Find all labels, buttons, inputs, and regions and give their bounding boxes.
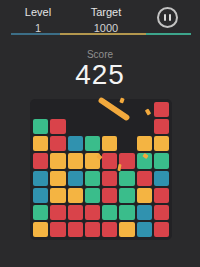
- tile-blue-r6c6[interactable]: [137, 205, 152, 220]
- tile-blue-r7c6[interactable]: [137, 222, 152, 237]
- tile-red-r6c7[interactable]: [154, 205, 169, 220]
- tile-green-r6c0[interactable]: [33, 205, 48, 220]
- tile-yellow-r3c3[interactable]: [85, 153, 100, 168]
- tile-red-r7c7[interactable]: [154, 222, 169, 237]
- tile-blue-r5c0[interactable]: [33, 188, 48, 203]
- empty-cell: [50, 102, 65, 117]
- tile-green-r4c3[interactable]: [85, 171, 100, 186]
- tile-red-r6c2[interactable]: [68, 205, 83, 220]
- empty-cell: [68, 119, 83, 134]
- empty-cell: [33, 102, 48, 117]
- level-label: Level: [8, 6, 68, 19]
- tile-yellow-r7c0[interactable]: [33, 222, 48, 237]
- empty-cell: [119, 119, 134, 134]
- empty-cell: [137, 119, 152, 134]
- tile-red-r1c7[interactable]: [154, 119, 169, 134]
- tile-red-r2c1[interactable]: [50, 136, 65, 151]
- empty-cell: [119, 102, 134, 117]
- tile-yellow-r2c0[interactable]: [33, 136, 48, 151]
- tile-red-r7c4[interactable]: [102, 222, 117, 237]
- progress-seg-gold: [60, 33, 146, 35]
- tile-yellow-r5c1[interactable]: [50, 188, 65, 203]
- tile-green-r6c4[interactable]: [102, 205, 117, 220]
- tile-green-r1c0[interactable]: [33, 119, 48, 134]
- tile-blue-r4c2[interactable]: [68, 171, 83, 186]
- tile-blue-r2c2[interactable]: [68, 136, 83, 151]
- board-grid: [33, 102, 169, 237]
- tile-blue-r4c0[interactable]: [33, 171, 48, 186]
- tile-red-r0c7[interactable]: [154, 102, 169, 117]
- pause-icon: [164, 14, 166, 21]
- progress-seg-teal: [146, 33, 191, 35]
- pause-button[interactable]: [157, 7, 178, 28]
- tile-green-r2c3[interactable]: [85, 136, 100, 151]
- tile-red-r1c1[interactable]: [50, 119, 65, 134]
- tile-green-r6c5[interactable]: [119, 205, 134, 220]
- tile-red-r6c3[interactable]: [85, 205, 100, 220]
- progress-seg-blue: [11, 33, 60, 35]
- tile-yellow-r3c2[interactable]: [68, 153, 83, 168]
- empty-cell: [68, 102, 83, 117]
- tile-yellow-r7c5[interactable]: [119, 222, 134, 237]
- tile-red-r7c3[interactable]: [85, 222, 100, 237]
- tile-red-r3c0[interactable]: [33, 153, 48, 168]
- tile-yellow-r3c1[interactable]: [50, 153, 65, 168]
- tile-green-r4c5[interactable]: [119, 171, 134, 186]
- tile-green-r5c3[interactable]: [85, 188, 100, 203]
- tile-red-r4c6[interactable]: [137, 171, 152, 186]
- empty-cell: [85, 119, 100, 134]
- tile-red-r3c4[interactable]: [102, 153, 117, 168]
- tile-yellow-r5c2[interactable]: [68, 188, 83, 203]
- target-label: Target: [75, 6, 137, 19]
- tile-red-r6c1[interactable]: [50, 205, 65, 220]
- empty-cell: [85, 102, 100, 117]
- tile-red-r3c5[interactable]: [119, 153, 134, 168]
- progress-bar: [11, 33, 191, 35]
- tile-green-r5c5[interactable]: [119, 188, 134, 203]
- tile-red-r4c4[interactable]: [102, 171, 117, 186]
- game-board: [30, 99, 172, 240]
- tile-yellow-r5c6[interactable]: [137, 188, 152, 203]
- tile-red-r5c4[interactable]: [102, 188, 117, 203]
- tile-red-r5c7[interactable]: [154, 188, 169, 203]
- empty-cell: [102, 119, 117, 134]
- tile-yellow-r4c1[interactable]: [50, 171, 65, 186]
- empty-cell: [102, 102, 117, 117]
- tile-red-r7c2[interactable]: [68, 222, 83, 237]
- tile-blue-r4c7[interactable]: [154, 171, 169, 186]
- tile-green-r3c7[interactable]: [154, 153, 169, 168]
- score-value: 425: [0, 59, 200, 91]
- empty-cell: [119, 136, 134, 151]
- level-indicator: Level 1: [8, 6, 68, 35]
- empty-cell: [137, 102, 152, 117]
- tile-green-r3c6[interactable]: [137, 153, 152, 168]
- tile-yellow-r2c6[interactable]: [137, 136, 152, 151]
- tile-red-r7c1[interactable]: [50, 222, 65, 237]
- tile-yellow-r2c7[interactable]: [154, 136, 169, 151]
- pause-icon: [169, 14, 171, 21]
- target-indicator: Target 1000: [75, 6, 137, 35]
- tile-yellow-r2c4[interactable]: [102, 136, 117, 151]
